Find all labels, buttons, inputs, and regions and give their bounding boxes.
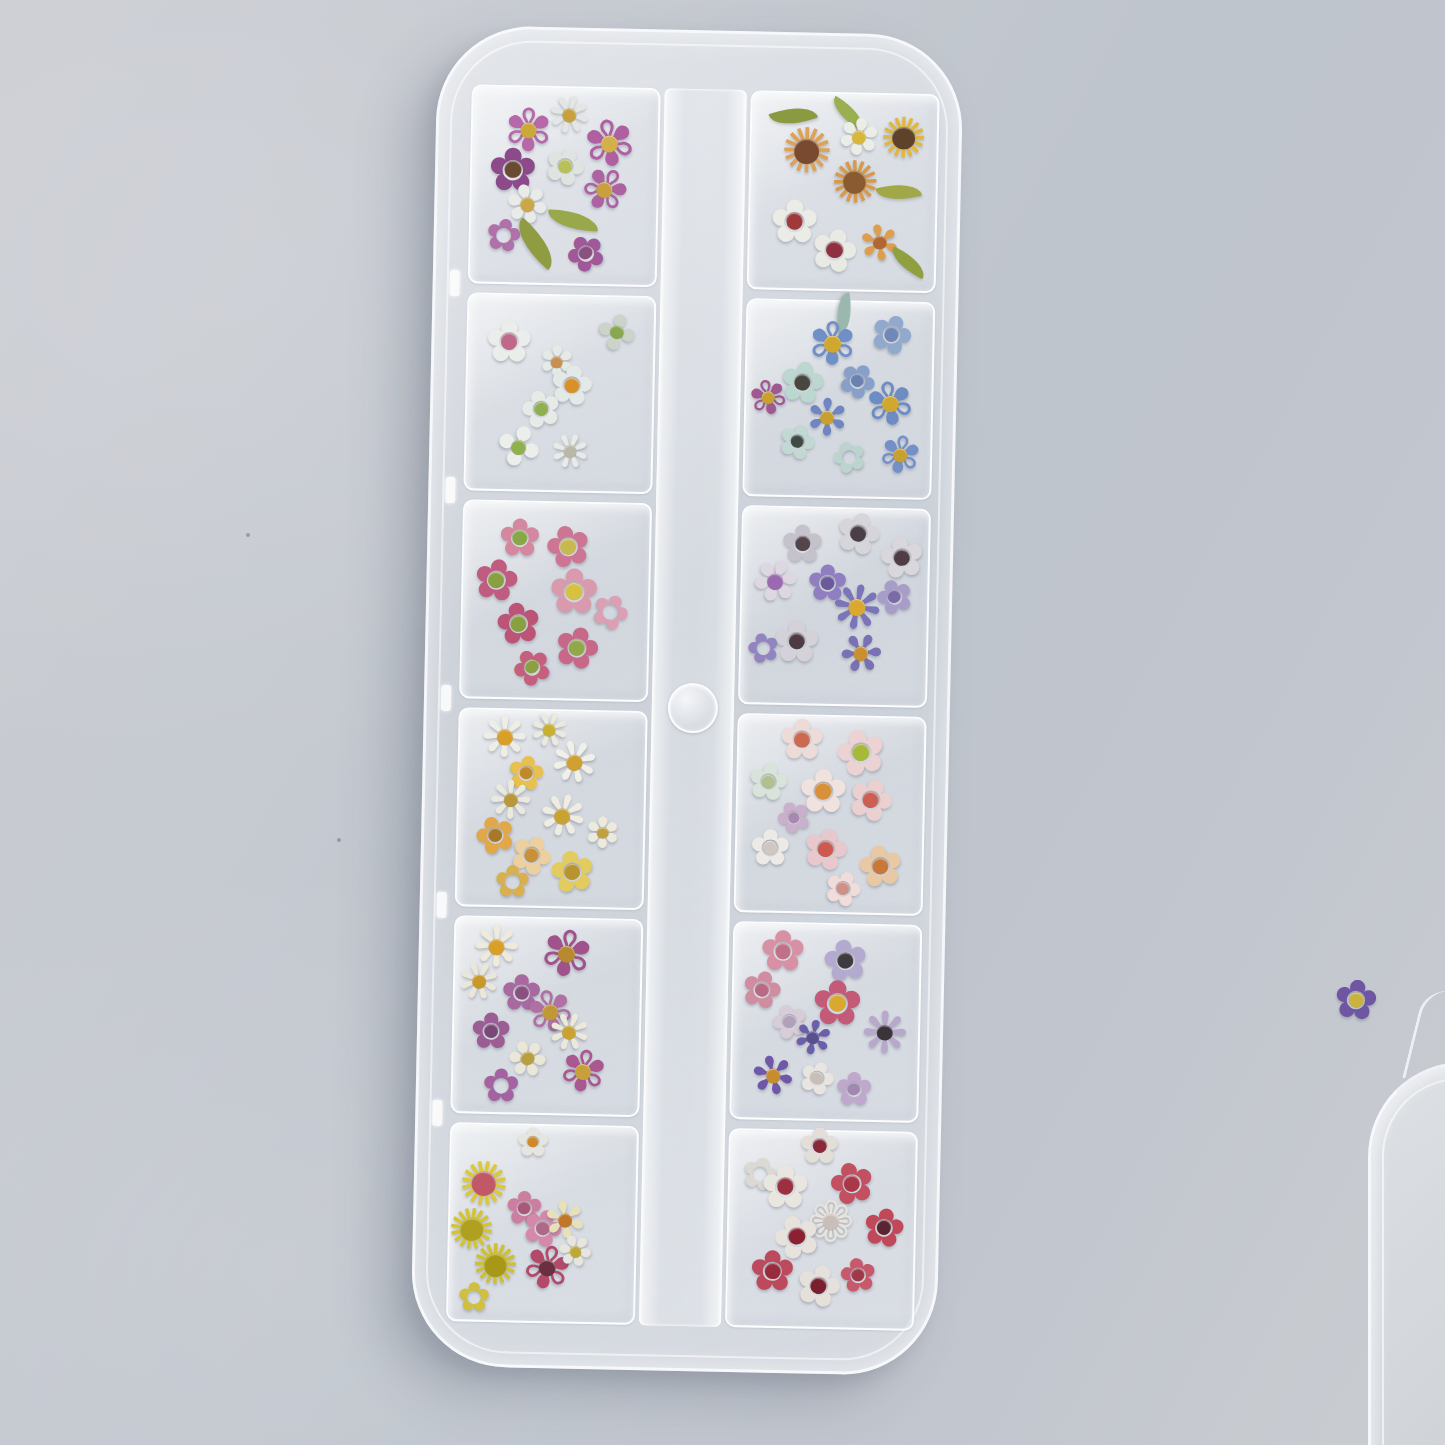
flower-center (824, 240, 844, 260)
flower-center (561, 107, 578, 124)
compartment-r3c2: ✿✿✿✽✿❋✿✿✻✿ (738, 505, 931, 708)
flower-center (763, 841, 777, 855)
second-container-corner (1368, 1062, 1445, 1445)
flower-center (608, 324, 625, 341)
compartment-grid: ✾❋✾✿✿✾✽✿✿✺✽✺✺✿✿✻✿✤✽✿✿✤❋✾✿✿✾✿✾✻✿✿✾✿✿✿✿✿✿✿… (446, 84, 940, 1331)
flower-center (883, 325, 902, 344)
flower-center (777, 1177, 794, 1194)
loose-flower: ✿ (1330, 970, 1382, 1030)
flower-decal: ✿ (825, 432, 872, 483)
compartment-r2c1: ✿✤✽✿✿✤❋ (463, 292, 656, 495)
flower-center (486, 826, 504, 844)
flower-center (568, 1244, 583, 1259)
flower-center (518, 196, 536, 214)
compartment-r4c1: ❋❋❋✿❋✿❋✽✿✿✿ (455, 707, 648, 910)
tray-clasp-tab (432, 1100, 443, 1126)
flower-center (828, 994, 846, 1012)
flower-center (881, 395, 900, 414)
compartment-r6c2: ✿✿✿✿✿❁✿✿✿✿ (725, 1128, 918, 1331)
flower-decal: ✿ (556, 222, 614, 283)
flower-center (809, 1070, 825, 1086)
tray-clasp-tab (436, 892, 447, 918)
flower-center (597, 827, 609, 839)
compartment-r2c2: ✾✿✿✾✿✾✻✿✿✾ (742, 298, 935, 501)
tray-clasp-tab (445, 477, 456, 503)
flower-decal: ✿ (749, 823, 792, 874)
tray-clasp-tab (441, 685, 452, 711)
nail-art-flower-tray: ✾❋✾✿✿✾✽✿✿✺✽✺✺✿✿✻✿✤✽✿✿✤❋✾✿✿✾✿✾✻✿✿✾✿✿✿✿✿✿✿… (410, 25, 964, 1377)
flower-center (809, 1276, 828, 1295)
flower-center (509, 615, 527, 633)
flower-decal: ✺ (780, 120, 833, 183)
flower-center (794, 139, 819, 164)
compartment-r4c2: ✿✿✿✿✿✿✿✿✿✿ (734, 713, 927, 916)
flower-center (823, 1214, 839, 1230)
flower-center (576, 243, 594, 261)
flower-center (556, 944, 576, 964)
flower-center (533, 400, 550, 417)
flower-decal: ✿ (545, 840, 600, 903)
flower-center (764, 1067, 782, 1085)
flower-decal: ✿ (494, 859, 532, 904)
flower-decal: ✾ (554, 1039, 611, 1103)
flower-center (812, 1139, 826, 1153)
flower-center (565, 583, 583, 601)
flower-center (508, 437, 528, 457)
flower-decal: ✿ (835, 1249, 880, 1300)
flower-center (786, 213, 803, 230)
flower-center (761, 390, 777, 406)
flower-center (753, 981, 770, 998)
flower-center (562, 377, 580, 395)
flower-center (849, 524, 868, 543)
flower-decal: ✿ (516, 1121, 550, 1162)
flower-center (835, 880, 852, 897)
flower-center (1347, 991, 1364, 1008)
flower-center (847, 597, 867, 617)
flower-center (594, 180, 616, 202)
dust-speck (337, 838, 341, 842)
flower-center (851, 129, 867, 145)
flower-center (523, 657, 541, 675)
flower-center (815, 782, 832, 799)
flower-center (527, 1136, 538, 1147)
flower-center (561, 443, 578, 460)
flower-center (892, 127, 915, 150)
tray-center-knob (667, 682, 718, 733)
flower-center (805, 1030, 820, 1045)
flower-center (512, 530, 527, 545)
flower-center (766, 572, 786, 592)
compartment-r1c1: ✾❋✾✿✿✾✽✿✿ (468, 84, 661, 287)
flower-center (795, 536, 810, 551)
flower-center (839, 167, 869, 197)
leaf (875, 178, 922, 206)
flower-center (565, 753, 584, 772)
flower-center (563, 862, 581, 880)
flower-center (764, 1263, 780, 1279)
tray-clasp-tab (449, 270, 460, 296)
compartment-r6c1: ✿✺✺✿✿✻✺✾✽✿ (446, 1122, 639, 1325)
flower-center (558, 537, 577, 556)
flower-center (788, 633, 805, 650)
flower-center (847, 1082, 860, 1095)
flower-center (552, 807, 571, 826)
flower-decal: ✿ (834, 1065, 874, 1112)
compartment-r3c1: ✿✿✿✿✿✿✿✿ (459, 500, 652, 703)
flower-center (573, 1062, 591, 1080)
flower-center (501, 333, 518, 350)
flower-center (816, 840, 835, 859)
flower-center (850, 1268, 865, 1283)
flower-decal: ✻ (856, 216, 903, 270)
flower-center (760, 774, 776, 790)
flower-center (556, 157, 574, 175)
flower-center (820, 576, 834, 590)
flower-center (876, 1218, 893, 1235)
flower-decal: ✾ (875, 426, 926, 483)
flower-center (470, 973, 488, 991)
flower-center (861, 789, 881, 809)
flower-center (872, 857, 890, 875)
compartment-r1c2: ✺✽✺✺✿✿✻ (747, 90, 940, 293)
flower-decal: ✿ (481, 1062, 521, 1109)
flower-center (497, 729, 513, 745)
compartment-r5c1: ❋❋✾✿✾❋✿✽✾✿ (450, 915, 643, 1118)
flower-decal: ✿ (457, 1276, 491, 1317)
flower-center (877, 1025, 893, 1041)
flower-center (567, 638, 586, 657)
flower-center (794, 732, 810, 748)
flower-center (892, 447, 908, 463)
flower-decal: ❋ (543, 423, 597, 481)
photo-scene: ✾❋✾✿✿✾✽✿✿✺✽✺✺✿✿✻✿✤✽✿✿✤❋✾✿✿✾✿✾✻✿✿✾✿✿✿✿✿✿✿… (0, 0, 1445, 1445)
flower-center (789, 433, 806, 450)
flower-center (852, 644, 871, 663)
flower-decal: ✿ (484, 312, 534, 371)
dust-speck (246, 533, 250, 537)
flower-center (824, 336, 841, 353)
flower-decal: ✤ (487, 414, 549, 481)
compartment-r5c2: ✿✿✿✿✿✻❋✻✿✿ (729, 921, 922, 1124)
flower-center (488, 571, 506, 589)
flower-decal: ❋ (861, 1004, 909, 1061)
flower-center (484, 1023, 498, 1037)
flower-center (775, 943, 791, 959)
flower-decal: ✤ (591, 303, 643, 360)
flower-decal: ✿ (748, 1243, 796, 1300)
flower-center (871, 235, 886, 250)
flower-decal: ✿ (482, 210, 527, 260)
flower-center (537, 1259, 557, 1279)
flower-center (886, 588, 902, 604)
